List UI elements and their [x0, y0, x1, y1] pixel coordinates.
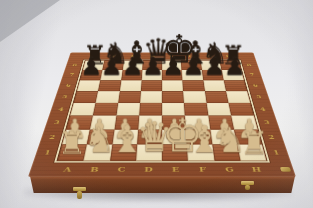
square-h7: ♟ — [221, 70, 244, 80]
square-g7: ♟ — [202, 70, 224, 80]
file-labels-bottom: ABCDEFGH — [52, 161, 272, 177]
file-label-E: E — [162, 55, 181, 58]
brass-clasp-right — [241, 181, 254, 190]
square-c4 — [116, 103, 140, 116]
square-b2: ♟ — [87, 129, 114, 144]
square-b5 — [96, 91, 120, 103]
file-label-D: D — [135, 165, 162, 172]
rank-label-6: 6 — [245, 80, 267, 91]
square-a8: ♜ — [83, 61, 105, 70]
file-label-C: C — [124, 55, 143, 58]
square-e4 — [162, 103, 185, 116]
square-b3 — [90, 116, 116, 130]
square-g1: ♞ — [212, 144, 240, 160]
square-h6 — [224, 80, 248, 91]
file-labels-top: ABCDEFGH — [85, 52, 239, 60]
board-box-front-face — [30, 176, 295, 193]
square-a1: ♜ — [58, 144, 88, 160]
square-d2: ♟ — [137, 129, 162, 144]
square-a3 — [66, 116, 93, 130]
square-f2: ♟ — [186, 129, 212, 144]
square-f5 — [183, 91, 206, 103]
square-e3 — [162, 116, 186, 130]
file-label-G: G — [200, 55, 220, 58]
square-e7: ♟ — [162, 70, 183, 80]
brass-clasp-left — [73, 187, 86, 199]
rank-label-5: 5 — [248, 91, 271, 103]
square-f7: ♟ — [182, 70, 203, 80]
square-b1: ♞ — [84, 144, 112, 160]
square-d4 — [139, 103, 162, 116]
file-label-C: C — [108, 165, 136, 172]
square-d1: ♛ — [136, 144, 162, 160]
square-d5 — [140, 91, 162, 103]
square-d3 — [138, 116, 162, 130]
file-label-H: H — [242, 165, 271, 172]
file-label-A: A — [53, 165, 82, 172]
square-c6 — [119, 80, 141, 91]
square-d6 — [141, 80, 162, 91]
rank-label-7: 7 — [242, 70, 263, 80]
square-g2: ♟ — [210, 129, 237, 144]
square-c8: ♝ — [122, 61, 142, 70]
square-g8: ♞ — [200, 61, 221, 70]
square-h8: ♜ — [219, 61, 241, 70]
square-g3 — [208, 116, 234, 130]
square-d7: ♟ — [141, 70, 162, 80]
square-e2: ♟ — [162, 129, 187, 144]
square-b6 — [98, 80, 121, 91]
square-e6 — [162, 80, 183, 91]
square-f4 — [184, 103, 208, 116]
square-h1: ♜ — [237, 144, 267, 160]
file-label-E: E — [162, 165, 189, 172]
photo-stage: ABCDEFGH ABCDEFGH 87654321 87654321 ♜♞♝♛… — [0, 0, 313, 208]
square-e5 — [162, 91, 184, 103]
square-g4 — [206, 103, 231, 116]
square-c2: ♟ — [112, 129, 138, 144]
square-a2: ♟ — [62, 129, 90, 144]
square-f8: ♝ — [181, 61, 201, 70]
square-c7: ♟ — [121, 70, 142, 80]
square-h5 — [226, 91, 251, 103]
file-label-F: F — [181, 55, 200, 58]
square-g5 — [205, 91, 229, 103]
file-label-H: H — [219, 55, 239, 58]
clasp-hook — [245, 185, 250, 190]
square-c1: ♝ — [110, 144, 137, 160]
file-label-B: B — [105, 55, 125, 58]
black-queen-d8: ♛ — [142, 34, 162, 69]
square-a5 — [74, 91, 99, 103]
square-a6 — [77, 80, 101, 91]
square-f1: ♝ — [187, 144, 214, 160]
square-g6 — [203, 80, 226, 91]
file-label-B: B — [80, 165, 108, 172]
board-grid: ♜♞♝♛♚♝♞♜♟♟♟♟♟♟♟♟♟♟♟♟♟♟♟♟♜♞♝♛♚♝♞♜ — [56, 60, 267, 161]
square-a4 — [70, 103, 96, 116]
rank-label-4: 4 — [251, 103, 275, 116]
square-b7: ♟ — [100, 70, 122, 80]
file-label-D: D — [143, 55, 162, 58]
file-label-A: A — [85, 55, 105, 58]
square-h4 — [228, 103, 254, 116]
square-h2: ♟ — [234, 129, 262, 144]
square-f6 — [183, 80, 205, 91]
square-f3 — [185, 116, 210, 130]
clasp-hook — [77, 191, 82, 199]
chess-board: ABCDEFGH ABCDEFGH 87654321 87654321 ♜♞♝♛… — [28, 52, 296, 177]
square-e1: ♚ — [162, 144, 188, 160]
square-b8: ♞ — [103, 61, 124, 70]
square-h3 — [231, 116, 258, 130]
square-c3 — [114, 116, 139, 130]
square-a7: ♟ — [80, 70, 103, 80]
square-e8: ♚ — [162, 61, 182, 70]
rank-label-3: 3 — [255, 116, 280, 130]
maker-emblem — [280, 167, 291, 172]
black-king-e8: ♚ — [162, 30, 182, 68]
rank-label-8: 8 — [239, 60, 259, 70]
square-c5 — [118, 91, 141, 103]
square-b4 — [93, 103, 118, 116]
file-label-F: F — [189, 165, 217, 172]
square-d8: ♛ — [142, 61, 162, 70]
file-label-G: G — [215, 165, 243, 172]
